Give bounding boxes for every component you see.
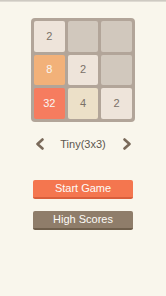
prev-board-size-button[interactable] xyxy=(33,137,45,151)
board-size-selector: Tiny(3x3) xyxy=(33,137,133,151)
next-board-size-button[interactable] xyxy=(121,137,133,151)
tile-2: 2 xyxy=(34,21,65,52)
tile-32: 32 xyxy=(34,88,65,119)
tile-2: 2 xyxy=(101,88,132,119)
empty-cell xyxy=(101,21,132,52)
empty-cell xyxy=(68,21,99,52)
tile-4: 4 xyxy=(68,88,99,119)
empty-cell xyxy=(101,55,132,86)
high-scores-button[interactable]: High Scores xyxy=(33,211,133,230)
tile-8: 8 xyxy=(34,55,65,86)
tile-2: 2 xyxy=(68,55,99,86)
board-grid[interactable]: 2823242 xyxy=(31,18,135,122)
chevron-left-icon xyxy=(35,138,44,150)
start-game-button[interactable]: Start Game xyxy=(33,180,133,199)
status-bar-line xyxy=(0,0,166,2)
chevron-right-icon xyxy=(123,138,132,150)
board-size-label: Tiny(3x3) xyxy=(60,138,105,150)
